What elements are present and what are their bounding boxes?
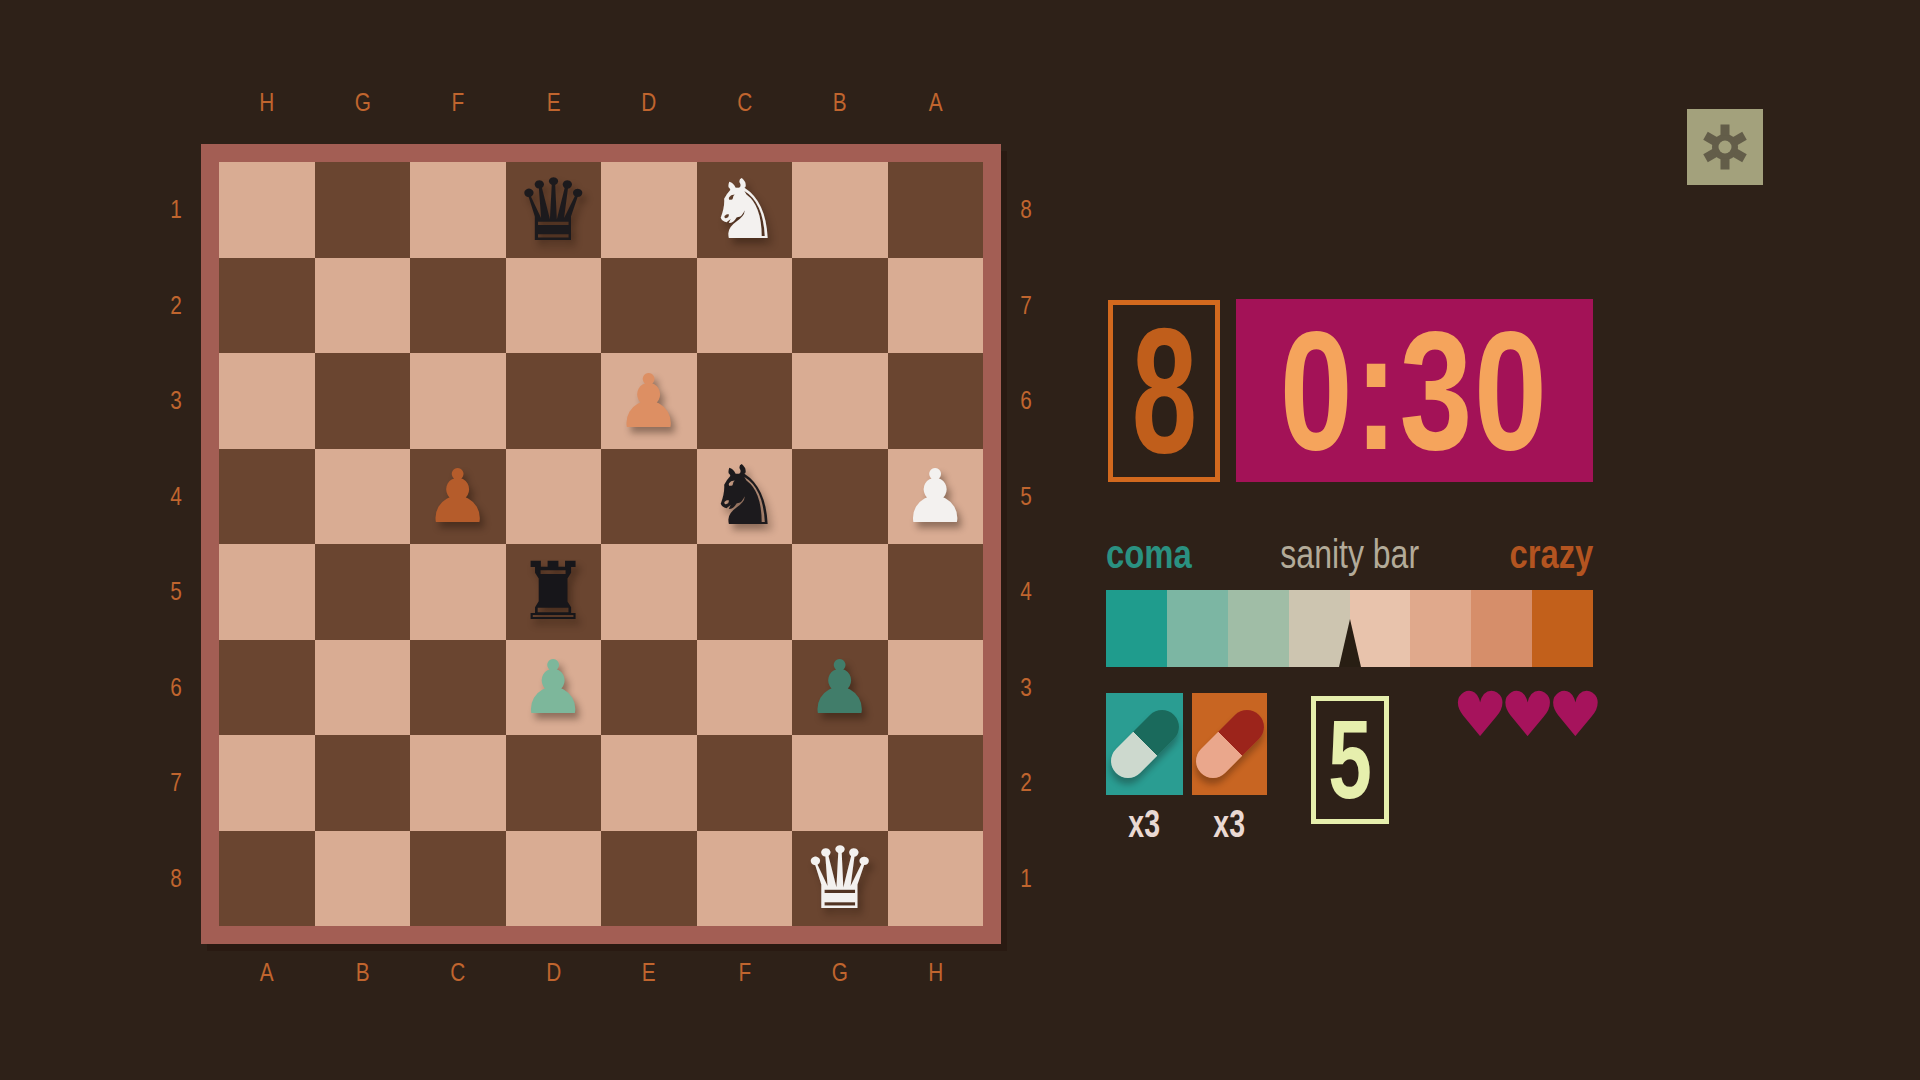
orange-pill-icon xyxy=(1188,703,1270,785)
square-c3[interactable] xyxy=(410,640,506,736)
square-h5[interactable]: ♟ xyxy=(888,449,984,545)
square-b2[interactable] xyxy=(315,735,411,831)
square-a7[interactable] xyxy=(219,258,315,354)
rank-label-5: 5 xyxy=(160,544,192,640)
square-e8[interactable] xyxy=(601,162,697,258)
piece-light-teal-pawn-d3[interactable]: ♟ xyxy=(520,650,586,724)
file-label-F: F xyxy=(706,952,782,992)
sanity-label-crazy: crazy xyxy=(1509,533,1593,575)
board-frame: ♛♞♟♟♞♟♜♟♟♛ xyxy=(201,144,1001,944)
rank-label-1: 1 xyxy=(160,162,192,258)
move-counter-box: 8 xyxy=(1108,300,1220,482)
square-c2[interactable] xyxy=(410,735,506,831)
file-labels-bottom: ABCDEFGH xyxy=(219,952,983,992)
sanity-segment-2 xyxy=(1167,590,1228,667)
lives-display: ♥♥♥ xyxy=(1455,680,1595,750)
orange-pill-button[interactable] xyxy=(1192,693,1267,795)
teal-pill-count: x3 xyxy=(1106,800,1183,848)
piece-dark-teal-pawn-g3[interactable]: ♟ xyxy=(807,650,873,724)
square-d1[interactable] xyxy=(506,831,602,927)
square-d6[interactable] xyxy=(506,353,602,449)
piece-light-orange-pawn-e6[interactable]: ♟ xyxy=(616,364,682,438)
square-b6[interactable] xyxy=(315,353,411,449)
gear-icon xyxy=(1701,123,1749,171)
square-b5[interactable] xyxy=(315,449,411,545)
heart-icon-1: ♥ xyxy=(1452,684,1500,746)
rank-label-6: 6 xyxy=(1010,353,1042,449)
square-d5[interactable] xyxy=(506,449,602,545)
square-a1[interactable] xyxy=(219,831,315,927)
square-c7[interactable] xyxy=(410,258,506,354)
square-g7[interactable] xyxy=(792,258,888,354)
square-f8[interactable]: ♞ xyxy=(697,162,793,258)
square-b3[interactable] xyxy=(315,640,411,736)
sanity-segment-6 xyxy=(1410,590,1471,667)
teal-pill-button[interactable] xyxy=(1106,693,1183,795)
square-e2[interactable] xyxy=(601,735,697,831)
piece-black-queen-d8[interactable]: ♛ xyxy=(515,167,592,253)
rank-label-3: 3 xyxy=(160,353,192,449)
pill-stock-value: 5 xyxy=(1328,704,1372,816)
rank-label-8: 8 xyxy=(1010,162,1042,258)
square-b4[interactable] xyxy=(315,544,411,640)
square-g1[interactable]: ♛ xyxy=(792,831,888,927)
square-b8[interactable] xyxy=(315,162,411,258)
square-e6[interactable]: ♟ xyxy=(601,353,697,449)
rank-label-2: 2 xyxy=(1010,735,1042,831)
square-d7[interactable] xyxy=(506,258,602,354)
square-f6[interactable] xyxy=(697,353,793,449)
orange-pill-count-text: x3 xyxy=(1214,803,1246,846)
file-label-A: A xyxy=(229,952,305,992)
sanity-segment-3 xyxy=(1228,590,1289,667)
piece-white-queen-g1[interactable]: ♛ xyxy=(801,835,878,921)
sanity-segment-1 xyxy=(1106,590,1167,667)
file-label-G: G xyxy=(324,82,400,122)
square-g3[interactable]: ♟ xyxy=(792,640,888,736)
file-label-C: C xyxy=(706,82,782,122)
square-h4[interactable] xyxy=(888,544,984,640)
square-f1[interactable] xyxy=(697,831,793,927)
rank-label-2: 2 xyxy=(160,258,192,354)
piece-black-knight-f5[interactable]: ♞ xyxy=(707,455,781,537)
square-d8[interactable]: ♛ xyxy=(506,162,602,258)
teal-pill-count-text: x3 xyxy=(1129,803,1161,846)
square-b7[interactable] xyxy=(315,258,411,354)
square-c1[interactable] xyxy=(410,831,506,927)
square-d2[interactable] xyxy=(506,735,602,831)
chess-board: ♛♞♟♟♞♟♜♟♟♛ xyxy=(219,162,983,926)
square-g5[interactable] xyxy=(792,449,888,545)
square-a5[interactable] xyxy=(219,449,315,545)
sanity-segment-7 xyxy=(1471,590,1532,667)
square-e3[interactable] xyxy=(601,640,697,736)
square-e1[interactable] xyxy=(601,831,697,927)
square-h8[interactable] xyxy=(888,162,984,258)
square-g6[interactable] xyxy=(792,353,888,449)
move-counter-value: 8 xyxy=(1131,302,1196,480)
square-f3[interactable] xyxy=(697,640,793,736)
file-label-B: B xyxy=(324,952,400,992)
square-c5[interactable]: ♟ xyxy=(410,449,506,545)
square-c4[interactable] xyxy=(410,544,506,640)
file-label-H: H xyxy=(229,82,305,122)
file-label-C: C xyxy=(420,952,496,992)
game-screen: HGFEDCBA ABCDEFGH 12345678 87654321 ♛♞♟♟… xyxy=(0,0,1920,1080)
square-f2[interactable] xyxy=(697,735,793,831)
rank-label-7: 7 xyxy=(1010,258,1042,354)
square-f4[interactable] xyxy=(697,544,793,640)
file-labels-top: HGFEDCBA xyxy=(219,82,983,122)
piece-white-knight-f8[interactable]: ♞ xyxy=(707,169,781,251)
square-f5[interactable]: ♞ xyxy=(697,449,793,545)
square-h2[interactable] xyxy=(888,735,984,831)
square-h7[interactable] xyxy=(888,258,984,354)
heart-icon-2: ♥ xyxy=(1500,684,1548,746)
square-d3[interactable]: ♟ xyxy=(506,640,602,736)
square-a2[interactable] xyxy=(219,735,315,831)
square-h3[interactable] xyxy=(888,640,984,736)
sanity-marker xyxy=(1339,619,1361,667)
file-label-G: G xyxy=(802,952,878,992)
square-e4[interactable] xyxy=(601,544,697,640)
rank-labels-left: 12345678 xyxy=(156,162,196,926)
square-e5[interactable] xyxy=(601,449,697,545)
square-c6[interactable] xyxy=(410,353,506,449)
piece-white-pawn-h5[interactable]: ♟ xyxy=(902,459,968,533)
square-a6[interactable] xyxy=(219,353,315,449)
rank-label-3: 3 xyxy=(1010,640,1042,736)
square-f7[interactable] xyxy=(697,258,793,354)
square-d4[interactable]: ♜ xyxy=(506,544,602,640)
rank-label-8: 8 xyxy=(160,831,192,927)
square-a3[interactable] xyxy=(219,640,315,736)
square-c8[interactable] xyxy=(410,162,506,258)
rank-label-7: 7 xyxy=(160,735,192,831)
file-label-D: D xyxy=(515,952,591,992)
file-label-B: B xyxy=(802,82,878,122)
rank-label-4: 4 xyxy=(160,449,192,545)
square-e7[interactable] xyxy=(601,258,697,354)
square-b1[interactable] xyxy=(315,831,411,927)
rank-label-4: 4 xyxy=(1010,544,1042,640)
file-label-D: D xyxy=(611,82,687,122)
teal-pill-icon xyxy=(1103,703,1185,785)
square-g2[interactable] xyxy=(792,735,888,831)
file-label-A: A xyxy=(897,82,973,122)
square-h6[interactable] xyxy=(888,353,984,449)
square-g4[interactable] xyxy=(792,544,888,640)
rank-label-5: 5 xyxy=(1010,449,1042,545)
timer-display: 0:30 xyxy=(1236,299,1593,482)
piece-black-rook-d4[interactable]: ♜ xyxy=(517,552,589,632)
sanity-title-text: sanity bar xyxy=(1280,532,1419,577)
orange-pill-count: x3 xyxy=(1192,800,1267,848)
timer-value: 0:30 xyxy=(1280,307,1549,475)
square-g8[interactable] xyxy=(792,162,888,258)
pill-stock-box: 5 xyxy=(1311,696,1389,824)
settings-button[interactable] xyxy=(1687,109,1763,185)
rank-label-6: 6 xyxy=(160,640,192,736)
piece-dark-orange-pawn-c5[interactable]: ♟ xyxy=(425,459,491,533)
file-label-F: F xyxy=(420,82,496,122)
rank-label-1: 1 xyxy=(1010,831,1042,927)
square-h1[interactable] xyxy=(888,831,984,927)
file-label-E: E xyxy=(611,952,687,992)
square-a8[interactable] xyxy=(219,162,315,258)
rank-labels-right: 87654321 xyxy=(1006,162,1046,926)
file-label-E: E xyxy=(515,82,591,122)
square-a4[interactable] xyxy=(219,544,315,640)
file-label-H: H xyxy=(897,952,973,992)
sanity-segment-8 xyxy=(1532,590,1593,667)
heart-icon-3: ♥ xyxy=(1547,684,1595,746)
